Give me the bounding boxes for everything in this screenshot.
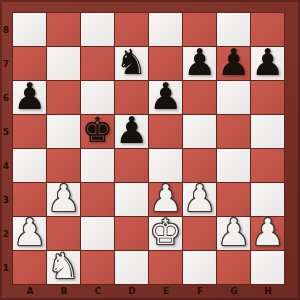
- rank-label-1: 1: [0, 251, 12, 285]
- square-c2[interactable]: [81, 217, 114, 250]
- square-h1[interactable]: [251, 251, 284, 284]
- file-labels: ABCDEFGH: [13, 285, 285, 300]
- square-e6[interactable]: ♟: [149, 81, 182, 114]
- rank-label-4: 4: [0, 149, 12, 183]
- rank-label-3: 3: [0, 183, 12, 217]
- piece-black-pawn-f7[interactable]: ♟: [183, 46, 216, 79]
- file-label-b: B: [47, 285, 81, 300]
- piece-white-king-e2[interactable]: ♚: [150, 216, 181, 249]
- piece-black-king-c5[interactable]: ♚: [82, 114, 113, 147]
- square-c5[interactable]: ♚: [81, 115, 114, 148]
- square-f5[interactable]: [183, 115, 216, 148]
- square-d1[interactable]: [115, 251, 148, 284]
- piece-white-pawn-g2[interactable]: ♟: [217, 216, 250, 249]
- square-a1[interactable]: [13, 251, 46, 284]
- piece-white-pawn-f3[interactable]: ♟: [183, 182, 216, 215]
- square-g2[interactable]: ♟: [217, 217, 250, 250]
- piece-black-knight-d7[interactable]: ♞: [116, 46, 147, 79]
- square-d3[interactable]: [115, 183, 148, 216]
- piece-white-pawn-a2[interactable]: ♟: [13, 216, 46, 249]
- square-f3[interactable]: ♟: [183, 183, 216, 216]
- rank-label-2: 2: [0, 217, 12, 251]
- piece-white-pawn-b3[interactable]: ♟: [47, 182, 80, 215]
- square-c3[interactable]: [81, 183, 114, 216]
- chess-board: ♞♟♟♟♟♟♚♟♟♟♟♟♚♟♟♞: [12, 12, 285, 285]
- square-h4[interactable]: [251, 149, 284, 182]
- square-a6[interactable]: ♟: [13, 81, 46, 114]
- square-g7[interactable]: ♟: [217, 47, 250, 80]
- square-g5[interactable]: [217, 115, 250, 148]
- piece-black-pawn-a6[interactable]: ♟: [13, 80, 46, 113]
- square-d7[interactable]: ♞: [115, 47, 148, 80]
- file-label-a: A: [13, 285, 47, 300]
- square-c1[interactable]: [81, 251, 114, 284]
- file-label-g: G: [217, 285, 251, 300]
- file-label-d: D: [115, 285, 149, 300]
- square-f7[interactable]: ♟: [183, 47, 216, 80]
- piece-white-knight-b1[interactable]: ♞: [48, 250, 79, 283]
- rank-label-6: 6: [0, 81, 12, 115]
- square-a8[interactable]: [13, 13, 46, 46]
- square-c4[interactable]: [81, 149, 114, 182]
- square-b8[interactable]: [47, 13, 80, 46]
- piece-black-pawn-d5[interactable]: ♟: [115, 114, 148, 147]
- square-f1[interactable]: [183, 251, 216, 284]
- square-d2[interactable]: [115, 217, 148, 250]
- square-c8[interactable]: [81, 13, 114, 46]
- square-c7[interactable]: [81, 47, 114, 80]
- piece-black-pawn-e6[interactable]: ♟: [149, 80, 182, 113]
- square-h2[interactable]: ♟: [251, 217, 284, 250]
- square-h7[interactable]: ♟: [251, 47, 284, 80]
- square-e5[interactable]: [149, 115, 182, 148]
- board-frame: ♞♟♟♟♟♟♚♟♟♟♟♟♚♟♟♞ 87654321 ABCDEFGH: [0, 0, 300, 300]
- square-d4[interactable]: [115, 149, 148, 182]
- square-h5[interactable]: [251, 115, 284, 148]
- file-label-e: E: [149, 285, 183, 300]
- square-g1[interactable]: [217, 251, 250, 284]
- square-f2[interactable]: [183, 217, 216, 250]
- square-b5[interactable]: [47, 115, 80, 148]
- square-b1[interactable]: ♞: [47, 251, 80, 284]
- file-label-h: H: [251, 285, 285, 300]
- square-a2[interactable]: ♟: [13, 217, 46, 250]
- square-b6[interactable]: [47, 81, 80, 114]
- square-h6[interactable]: [251, 81, 284, 114]
- square-a5[interactable]: [13, 115, 46, 148]
- rank-label-7: 7: [0, 47, 12, 81]
- piece-black-pawn-g7[interactable]: ♟: [217, 46, 250, 79]
- square-f6[interactable]: [183, 81, 216, 114]
- square-a4[interactable]: [13, 149, 46, 182]
- square-e8[interactable]: [149, 13, 182, 46]
- piece-white-pawn-e3[interactable]: ♟: [149, 182, 182, 215]
- square-g4[interactable]: [217, 149, 250, 182]
- piece-white-pawn-h2[interactable]: ♟: [251, 216, 284, 249]
- square-e2[interactable]: ♚: [149, 217, 182, 250]
- rank-label-8: 8: [0, 13, 12, 47]
- square-b3[interactable]: ♟: [47, 183, 80, 216]
- square-e1[interactable]: [149, 251, 182, 284]
- square-g6[interactable]: [217, 81, 250, 114]
- file-label-f: F: [183, 285, 217, 300]
- piece-black-pawn-h7[interactable]: ♟: [251, 46, 284, 79]
- rank-label-5: 5: [0, 115, 12, 149]
- rank-labels: 87654321: [0, 13, 12, 285]
- square-d5[interactable]: ♟: [115, 115, 148, 148]
- square-b7[interactable]: [47, 47, 80, 80]
- file-label-c: C: [81, 285, 115, 300]
